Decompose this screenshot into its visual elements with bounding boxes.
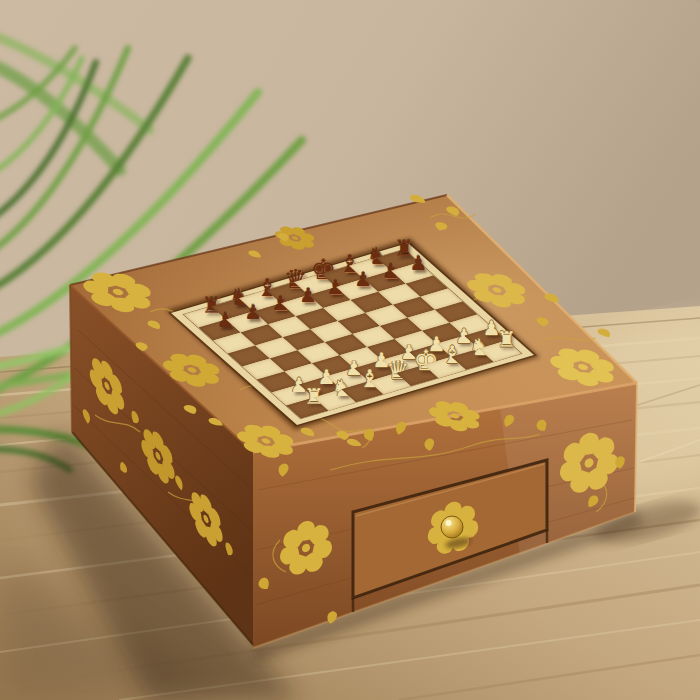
photo-chess-box-scene: ♜♞♝♛♚♝♞♜♟♟♟♟♟♟♟♟♟♟♟♟♟♟♟♟♜♞♝♛♚♝♞♜	[0, 0, 700, 700]
piece-black-pawn: ♟	[409, 253, 427, 273]
piece-white-rook: ♜	[497, 329, 517, 351]
